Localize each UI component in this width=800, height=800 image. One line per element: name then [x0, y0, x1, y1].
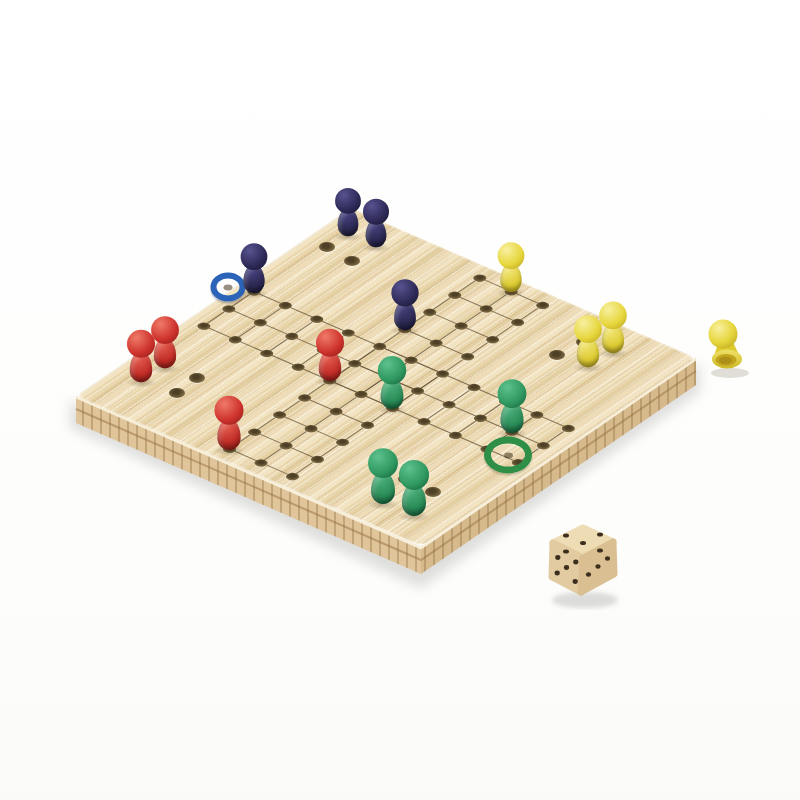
die-pip	[573, 560, 578, 565]
yard-hole[interactable]	[344, 256, 360, 266]
yard-hole[interactable]	[189, 373, 205, 383]
die-pip	[597, 532, 603, 536]
peg-blue[interactable]	[239, 243, 269, 295]
fallen-yellow-peg[interactable]	[694, 310, 760, 382]
yard-hole[interactable]	[549, 350, 565, 360]
peg-red[interactable]	[213, 396, 246, 452]
pieces-layer	[0, 0, 800, 800]
rubber-ring-green[interactable]	[484, 437, 532, 474]
yard-hole[interactable]	[319, 242, 335, 252]
fallen-peg-head	[709, 320, 738, 349]
peg-blue[interactable]	[361, 199, 391, 249]
die-pip	[563, 549, 569, 553]
product-photo-scene	[0, 0, 800, 800]
peg-green[interactable]	[376, 356, 408, 411]
peg-head	[240, 243, 267, 270]
peg-head	[127, 330, 155, 358]
peg-red[interactable]	[125, 330, 157, 384]
die-pip	[595, 564, 600, 568]
yard-hole[interactable]	[169, 388, 185, 398]
peg-green[interactable]	[397, 460, 431, 518]
peg-head	[316, 329, 344, 357]
die-pip	[605, 556, 610, 560]
die-pip	[586, 572, 591, 576]
die-pip	[573, 579, 578, 584]
die-pip	[564, 565, 569, 570]
fallen-peg-shadow	[711, 368, 749, 378]
peg-blue[interactable]	[333, 188, 362, 238]
peg-yellow[interactable]	[572, 315, 604, 369]
peg-green[interactable]	[366, 448, 400, 506]
die-pip	[555, 571, 560, 576]
peg-head	[399, 460, 429, 490]
peg-head	[391, 279, 418, 306]
die-pip	[580, 541, 586, 545]
peg-head	[378, 356, 406, 384]
peg-blue[interactable]	[389, 279, 420, 332]
peg-yellow[interactable]	[496, 243, 526, 295]
peg-head	[368, 448, 398, 478]
peg-head	[574, 315, 602, 343]
peg-head	[335, 188, 361, 214]
peg-head	[497, 379, 526, 408]
die-pip	[597, 548, 603, 552]
peg-green[interactable]	[495, 379, 528, 435]
peg-red[interactable]	[314, 329, 346, 383]
die-pip	[563, 533, 569, 537]
die-pip	[555, 555, 560, 560]
peg-head	[363, 199, 389, 225]
die[interactable]	[537, 518, 629, 610]
peg-head	[215, 396, 244, 425]
peg-head	[498, 243, 525, 270]
